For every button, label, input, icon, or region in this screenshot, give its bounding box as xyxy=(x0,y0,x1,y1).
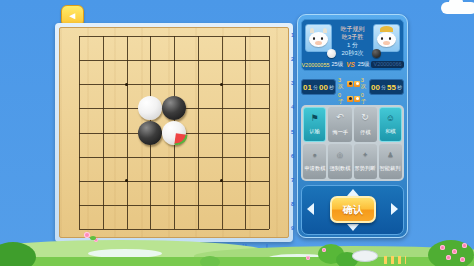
right-player-level: 25级 xyxy=(358,61,370,68)
last-move-marker-icon xyxy=(174,133,188,147)
智能裁判-button[interactable]: ♟智能裁判 xyxy=(379,144,402,179)
action-button-label: 和棋 xyxy=(385,128,395,135)
confirm-button[interactable]: 确认 xyxy=(330,196,376,223)
star-point xyxy=(220,179,223,182)
undo-move-icon: ↶ xyxy=(336,113,344,122)
row-label: 7 xyxy=(291,177,294,183)
white-capture-icon xyxy=(354,96,360,102)
dpad-right-arrow[interactable] xyxy=(391,203,398,215)
players-name-row: V20000055 25级 VS 25级 V20000066 xyxy=(302,61,403,68)
estimate-icon: ✦ xyxy=(362,151,368,159)
star-point xyxy=(125,179,128,182)
rule-line-1: 吃子规则 xyxy=(334,25,371,33)
bush-decoration xyxy=(0,242,36,266)
row-label: 8 xyxy=(291,201,294,207)
draw-offer-icon: ☺ xyxy=(386,114,395,123)
left-byoyomi-count: 3次 xyxy=(338,77,346,90)
fence-decoration xyxy=(384,256,406,264)
grid-line xyxy=(79,157,269,158)
row-label: 3 xyxy=(291,80,294,86)
players-info-box: 吃子规则 吃3子胜 1 分 20秒3次 V20000055 25级 VS 25级… xyxy=(301,19,404,71)
vs-label: VS xyxy=(345,61,356,68)
game-info-panel: 吃子规则 吃3子胜 1 分 20秒3次 V20000055 25级 VS 25级… xyxy=(297,14,408,238)
强制数棋-button[interactable]: ◎强制数棋 xyxy=(328,144,351,179)
column-label: E xyxy=(171,243,175,249)
left-timer-seconds: 00 xyxy=(319,83,328,92)
action-button-label: 停棋 xyxy=(360,129,370,136)
right-player-stone-black-icon xyxy=(372,49,381,58)
request-count-icon: ● xyxy=(313,151,317,159)
right-timer-seconds: 55 xyxy=(387,83,396,92)
grid-line xyxy=(269,36,270,229)
rule-line-4: 20秒3次 xyxy=(334,49,371,57)
left-player-timer: 01 分 00 秒 xyxy=(301,79,336,95)
go-board-grid[interactable] xyxy=(79,36,269,229)
right-player-name: V20000066 xyxy=(371,61,403,68)
停棋-button[interactable]: ↻停棋 xyxy=(354,107,377,142)
rock-decoration xyxy=(352,250,378,262)
leaf-decoration xyxy=(90,236,96,240)
black-stone-count-icon xyxy=(347,81,353,87)
action-buttons-grid: ⚑认输↶悔一手↻停棋☺和棋●申请数棋◎强制数棋✦形势判断♟智能裁判 xyxy=(301,105,404,181)
right-timer-min-unit: 分 xyxy=(381,84,386,90)
grid-line xyxy=(79,84,269,85)
grid-line xyxy=(79,181,269,182)
action-button-label: 认输 xyxy=(309,128,319,135)
left-timer-min-unit: 分 xyxy=(313,84,318,90)
grid-line xyxy=(222,36,223,229)
black-capture-icon xyxy=(347,96,353,102)
grid-line xyxy=(245,36,246,229)
right-timer-minutes: 00 xyxy=(371,83,380,92)
right-player-avatar xyxy=(373,24,400,52)
right-timer-sec-unit: 秒 xyxy=(397,84,402,90)
white-stone xyxy=(138,96,162,120)
grid-line xyxy=(79,229,269,230)
dpad-down-arrow[interactable] xyxy=(347,224,359,231)
back-icon: ◄ xyxy=(68,10,78,21)
action-button-label: 悔一手 xyxy=(332,129,348,136)
pause-game-icon: ↻ xyxy=(361,113,369,122)
move-dpad: 确认 xyxy=(301,185,404,235)
grid-line xyxy=(127,36,128,229)
column-label: D xyxy=(147,243,151,249)
申请数棋-button[interactable]: ●申请数棋 xyxy=(303,144,326,179)
dpad-left-arrow[interactable] xyxy=(307,203,314,215)
right-captures-count: 0子 xyxy=(361,92,369,105)
认输-button[interactable]: ⚑认输 xyxy=(303,107,326,142)
column-label: I xyxy=(266,243,268,249)
ai-referee-icon: ♟ xyxy=(387,151,393,159)
left-player-stone-white-icon xyxy=(327,49,336,58)
grid-line xyxy=(79,60,269,61)
left-player-level: 25级 xyxy=(332,61,344,68)
right-player-timer: 00 分 55 秒 xyxy=(369,79,404,95)
right-byoyomi-count: 3次 xyxy=(361,77,369,90)
go-board-frame xyxy=(55,23,293,242)
row-label: 5 xyxy=(291,129,294,135)
column-label: B xyxy=(100,243,104,249)
grid-line xyxy=(198,36,199,229)
column-label: F xyxy=(195,243,199,249)
left-player-name: V20000055 xyxy=(301,62,329,68)
形势判断-button[interactable]: ✦形势判断 xyxy=(354,144,377,179)
left-captures-count: 0子 xyxy=(338,92,346,105)
rule-line-3: 1 分 xyxy=(334,41,371,49)
cloud-decoration xyxy=(441,2,474,14)
black-stone xyxy=(138,121,162,145)
column-label: G xyxy=(219,243,224,249)
action-button-label: 智能裁判 xyxy=(380,165,401,172)
row-label: 2 xyxy=(291,56,294,62)
column-label: H xyxy=(242,243,246,249)
dpad-up-arrow[interactable] xyxy=(347,189,359,196)
left-timer-minutes: 01 xyxy=(303,83,312,92)
star-point xyxy=(125,83,128,86)
white-stone xyxy=(162,121,186,145)
grid-line xyxy=(79,205,269,206)
column-label: C xyxy=(124,243,128,249)
star-point xyxy=(220,83,223,86)
black-stone xyxy=(162,96,186,120)
match-rules: 吃子规则 吃3子胜 1 分 20秒3次 xyxy=(334,25,371,57)
grid-line xyxy=(103,36,104,229)
row-label: 1 xyxy=(291,32,294,38)
resign-flag-icon: ⚑ xyxy=(311,114,319,123)
white-stone-count-icon xyxy=(354,81,360,87)
grid-line xyxy=(79,36,80,229)
left-timer-sec-unit: 秒 xyxy=(329,84,334,90)
row-label: 6 xyxy=(291,153,294,159)
game-screen: ◄ ABCDEFGHI123456789 xyxy=(0,0,474,266)
rule-line-2: 吃3子胜 xyxy=(334,33,371,41)
byoyomi-capture-counts: 3次 3次 0子 0子 xyxy=(338,77,369,105)
action-button-label: 申请数棋 xyxy=(304,165,325,172)
和棋-button[interactable]: ☺和棋 xyxy=(379,107,402,142)
left-player-avatar xyxy=(305,24,332,52)
force-count-icon: ◎ xyxy=(337,151,343,159)
grid-line xyxy=(79,36,269,37)
row-label: 9 xyxy=(291,225,294,231)
column-label: A xyxy=(76,243,80,249)
悔一手-button[interactable]: ↶悔一手 xyxy=(328,107,351,142)
row-label: 4 xyxy=(291,104,294,110)
go-board[interactable] xyxy=(59,27,289,238)
action-button-label: 形势判断 xyxy=(355,165,376,172)
action-button-label: 强制数棋 xyxy=(329,165,350,172)
